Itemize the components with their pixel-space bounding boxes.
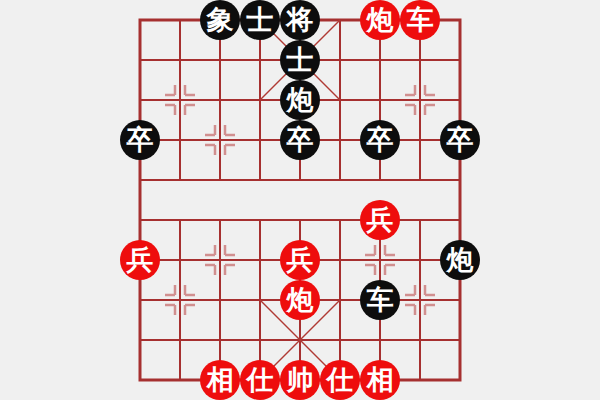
piece-black-cannon[interactable]: 炮 [280, 80, 320, 120]
xiangqi-board: 象士将炮车士炮卒卒卒卒兵兵兵炮炮车相仕帅仕相 [120, 0, 480, 400]
piece-black-soldier[interactable]: 卒 [360, 120, 400, 160]
piece-black-soldier[interactable]: 卒 [440, 120, 480, 160]
piece-black-general[interactable]: 将 [280, 0, 320, 40]
piece-red-soldier[interactable]: 兵 [280, 240, 320, 280]
piece-red-cannon[interactable]: 炮 [280, 280, 320, 320]
piece-red-cannon[interactable]: 炮 [360, 0, 400, 40]
piece-black-advisor[interactable]: 士 [280, 40, 320, 80]
piece-red-advisor[interactable]: 仕 [240, 360, 280, 400]
piece-red-soldier[interactable]: 兵 [120, 240, 160, 280]
piece-black-soldier[interactable]: 卒 [120, 120, 160, 160]
piece-red-elephant[interactable]: 相 [360, 360, 400, 400]
piece-black-cannon[interactable]: 炮 [440, 240, 480, 280]
piece-black-advisor[interactable]: 士 [240, 0, 280, 40]
piece-black-soldier[interactable]: 卒 [280, 120, 320, 160]
piece-red-chariot[interactable]: 车 [400, 0, 440, 40]
piece-black-elephant[interactable]: 象 [200, 0, 240, 40]
piece-red-advisor[interactable]: 仕 [320, 360, 360, 400]
piece-red-general[interactable]: 帅 [280, 360, 320, 400]
xiangqi-screen: 象士将炮车士炮卒卒卒卒兵兵兵炮炮车相仕帅仕相 [0, 0, 600, 400]
piece-black-chariot[interactable]: 车 [360, 280, 400, 320]
piece-red-soldier[interactable]: 兵 [360, 200, 400, 240]
piece-red-elephant[interactable]: 相 [200, 360, 240, 400]
